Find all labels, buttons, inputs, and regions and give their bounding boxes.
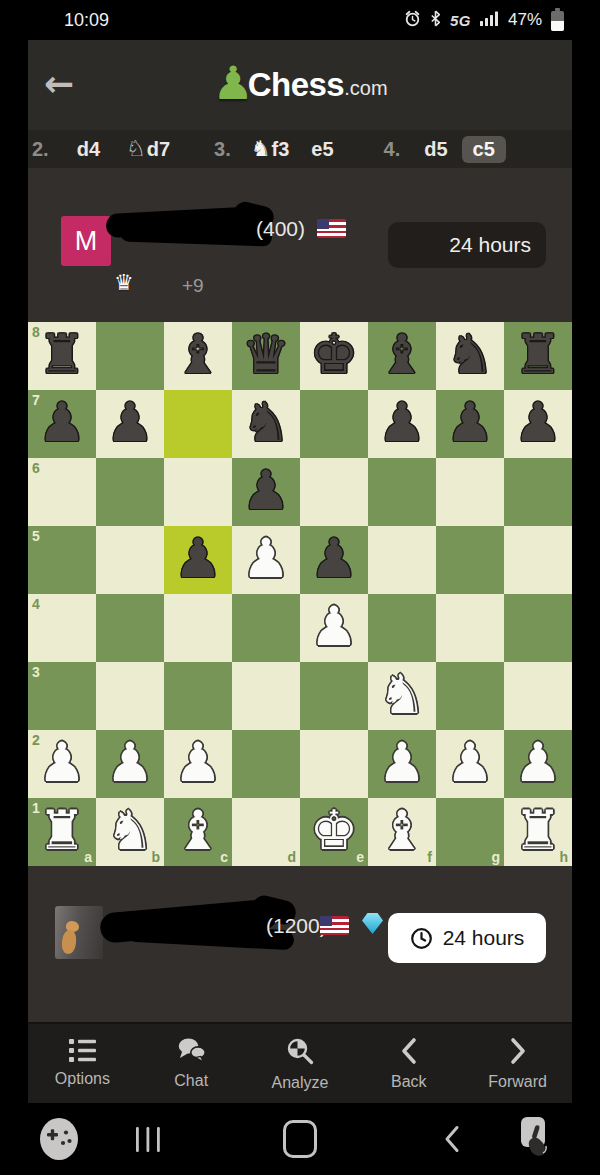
android-nav-bar (0, 1103, 600, 1175)
black-rook: ♜ (28, 322, 96, 390)
move-text: d7 (147, 138, 170, 161)
options-button[interactable]: Options (28, 1024, 137, 1103)
alarm-icon (404, 10, 421, 31)
square-f1[interactable]: f♝ (368, 798, 436, 866)
black-knight: ♞ (436, 322, 504, 390)
black-pawn: ♟ (164, 526, 232, 594)
square-g6[interactable] (436, 458, 504, 526)
phone-screen: 10:09 5G 47% ← ♟ Chess .com (0, 0, 600, 1175)
bottom-player-card: (1200) 24 hours (28, 866, 572, 1022)
square-b1[interactable]: b♞ (96, 798, 164, 866)
square-b7[interactable]: ♟ (96, 390, 164, 458)
black-rook: ♜ (504, 322, 572, 390)
square-e2[interactable] (300, 730, 368, 798)
black-bishop: ♝ (164, 322, 232, 390)
clock-time: 10:09 (64, 10, 109, 31)
square-f2[interactable]: ♟ (368, 730, 436, 798)
white-bishop: ♝ (368, 798, 436, 866)
black-pawn: ♟ (368, 390, 436, 458)
game-tools-button[interactable] (38, 1116, 80, 1165)
square-b5[interactable] (96, 526, 164, 594)
black-pawn: ♟ (232, 458, 300, 526)
square-a4[interactable]: 4 (28, 594, 96, 662)
square-f4[interactable] (368, 594, 436, 662)
square-d7[interactable]: ♞ (232, 390, 300, 458)
square-f8[interactable]: ♝ (368, 322, 436, 390)
analyze-magnifier-icon (285, 1036, 315, 1069)
white-pawn: ♟ (300, 594, 368, 662)
square-b4[interactable] (96, 594, 164, 662)
touch-hand-icon (515, 1147, 555, 1162)
square-g2[interactable]: ♟ (436, 730, 504, 798)
move-d4[interactable]: d4 (77, 138, 100, 161)
square-h1[interactable]: h♜ (504, 798, 572, 866)
move-c5-selected[interactable]: c5 (462, 136, 506, 163)
captured-queen-icon: ♛ (114, 272, 134, 294)
square-c7[interactable] (164, 390, 232, 458)
square-e8[interactable]: ♚ (300, 322, 368, 390)
square-b3[interactable] (96, 662, 164, 730)
options-list-icon (69, 1039, 96, 1065)
white-bishop: ♝ (164, 798, 232, 866)
move-number: 3. (214, 138, 231, 161)
square-g5[interactable] (436, 526, 504, 594)
app-header: ← ♟ Chess .com (28, 40, 572, 130)
move-text: f3 (272, 138, 290, 161)
black-king: ♚ (300, 322, 368, 390)
square-e6[interactable] (300, 458, 368, 526)
rank-label-6: 6 (32, 461, 40, 475)
recents-button[interactable] (136, 1127, 160, 1155)
square-c2[interactable]: ♟ (164, 730, 232, 798)
square-d1[interactable]: d (232, 798, 300, 866)
touch-assist-button[interactable] (515, 1115, 555, 1162)
knight-outline-figurine-icon: ♘ (126, 138, 146, 160)
analyze-label: Analyze (272, 1074, 329, 1092)
chat-label: Chat (174, 1072, 208, 1090)
move-e5[interactable]: e5 (311, 138, 333, 161)
top-player-rating: (400) (256, 217, 305, 241)
game-toolbar: Options Chat Analyze Back (28, 1022, 572, 1103)
green-pawn-logo-icon: ♟ (212, 56, 253, 110)
black-pawn: ♟ (504, 390, 572, 458)
square-a2[interactable]: 2♟ (28, 730, 96, 798)
square-c3[interactable] (164, 662, 232, 730)
home-squircle-icon (283, 1120, 317, 1158)
white-knight: ♞ (96, 798, 164, 866)
chesscom-logo: ♟ Chess .com (28, 40, 572, 130)
square-c6[interactable] (164, 458, 232, 526)
clock-face-icon (410, 927, 433, 950)
chat-button[interactable]: Chat (137, 1024, 246, 1103)
square-e1[interactable]: e♚ (300, 798, 368, 866)
square-g1[interactable]: g (436, 798, 504, 866)
square-h3[interactable] (504, 662, 572, 730)
white-knight: ♞ (368, 662, 436, 730)
back-label: Back (391, 1073, 427, 1091)
chevron-right-icon (508, 1037, 528, 1068)
knight-filled-figurine-icon: ♞ (251, 138, 271, 160)
square-f3[interactable]: ♞ (368, 662, 436, 730)
square-g4[interactable] (436, 594, 504, 662)
square-a8[interactable]: 8♜ (28, 322, 96, 390)
black-bishop: ♝ (368, 322, 436, 390)
chevron-left-icon (399, 1037, 419, 1068)
top-player-card: M (400) ♛ +9 24 hours (28, 168, 572, 322)
square-g8[interactable]: ♞ (436, 322, 504, 390)
white-pawn: ♟ (96, 730, 164, 798)
square-a5[interactable]: 5 (28, 526, 96, 594)
square-d4[interactable] (232, 594, 300, 662)
bottom-clock-text: 24 hours (443, 926, 525, 950)
square-d8[interactable]: ♛ (232, 322, 300, 390)
black-pawn: ♟ (96, 390, 164, 458)
square-e5[interactable]: ♟ (300, 526, 368, 594)
bottom-player-clock: 24 hours (388, 913, 546, 963)
bottom-player-avatar[interactable] (55, 906, 103, 959)
move-back-button[interactable]: Back (354, 1024, 463, 1103)
file-label-g: g (491, 850, 500, 864)
square-d5[interactable]: ♟ (232, 526, 300, 594)
square-d2[interactable] (232, 730, 300, 798)
move-number: 2. (32, 138, 49, 161)
square-a6[interactable]: 6 (28, 458, 96, 526)
square-d3[interactable] (232, 662, 300, 730)
top-player-clock: 24 hours (388, 222, 546, 268)
square-c1[interactable]: c♝ (164, 798, 232, 866)
square-f6[interactable] (368, 458, 436, 526)
move-forward-button[interactable]: Forward (463, 1024, 572, 1103)
black-queen: ♛ (232, 322, 300, 390)
gamepad-icon (38, 1150, 80, 1165)
analyze-button[interactable]: Analyze (246, 1024, 355, 1103)
square-c8[interactable]: ♝ (164, 322, 232, 390)
move-nd7[interactable]: ♘d7 (126, 138, 170, 161)
white-pawn: ♟ (28, 730, 96, 798)
white-rook: ♜ (28, 798, 96, 866)
square-a3[interactable]: 3 (28, 662, 96, 730)
white-pawn: ♟ (504, 730, 572, 798)
chess-app: ← ♟ Chess .com 2. d4 ♘d7 3. ♞f3 e5 4. d5… (28, 40, 572, 1103)
bottom-player-rating: (1200) (266, 914, 327, 938)
battery-percent: 47% (508, 10, 542, 30)
square-c5[interactable]: ♟ (164, 526, 232, 594)
square-h5[interactable] (504, 526, 572, 594)
chess-board: 8♜♝♛♚♝♞♜7♟♟♞♟♟♟6♟5♟♟♟4♟3♞2♟♟♟♟♟♟1a♜b♞c♝d… (28, 322, 572, 866)
black-pawn: ♟ (436, 390, 504, 458)
bluetooth-icon (430, 10, 441, 31)
nav-back-chevron-icon (443, 1141, 461, 1156)
move-number: 4. (384, 138, 401, 161)
diamond-membership-icon (362, 913, 383, 934)
chat-bubbles-icon (176, 1037, 207, 1067)
top-player-avatar[interactable]: M (61, 216, 111, 266)
nav-back-button[interactable] (443, 1125, 461, 1156)
recents-bars-icon (136, 1140, 160, 1155)
logo-tld-text: .com (344, 77, 387, 100)
move-nf3[interactable]: ♞f3 (251, 138, 290, 161)
square-c4[interactable] (164, 594, 232, 662)
white-rook: ♜ (504, 798, 572, 866)
square-e7[interactable] (300, 390, 368, 458)
square-d6[interactable]: ♟ (232, 458, 300, 526)
square-h7[interactable]: ♟ (504, 390, 572, 458)
black-pawn: ♟ (300, 526, 368, 594)
battery-icon (551, 11, 564, 31)
rank-label-3: 3 (32, 665, 40, 679)
square-e4[interactable]: ♟ (300, 594, 368, 662)
white-pawn: ♟ (164, 730, 232, 798)
rank-label-5: 5 (32, 529, 40, 543)
us-flag-icon (317, 219, 346, 238)
square-b2[interactable]: ♟ (96, 730, 164, 798)
square-f7[interactable]: ♟ (368, 390, 436, 458)
options-label: Options (55, 1070, 110, 1088)
square-h8[interactable]: ♜ (504, 322, 572, 390)
square-f5[interactable] (368, 526, 436, 594)
black-pawn: ♟ (28, 390, 96, 458)
square-a7[interactable]: 7♟ (28, 390, 96, 458)
black-knight: ♞ (232, 390, 300, 458)
white-pawn: ♟ (368, 730, 436, 798)
square-h6[interactable] (504, 458, 572, 526)
signal-icon (480, 11, 499, 30)
square-g3[interactable] (436, 662, 504, 730)
status-icons: 5G 47% (404, 9, 564, 31)
material-advantage: +9 (182, 275, 204, 297)
white-pawn: ♟ (232, 526, 300, 594)
square-b6[interactable] (96, 458, 164, 526)
white-pawn: ♟ (436, 730, 504, 798)
file-label-d: d (287, 850, 296, 864)
move-d5[interactable]: d5 (424, 138, 447, 161)
white-king: ♚ (300, 798, 368, 866)
square-e3[interactable] (300, 662, 368, 730)
us-flag-icon (320, 916, 349, 935)
square-g7[interactable]: ♟ (436, 390, 504, 458)
logo-brand-text: Chess (248, 66, 345, 104)
forward-label: Forward (488, 1073, 547, 1091)
square-b8[interactable] (96, 322, 164, 390)
network-type: 5G (450, 12, 471, 29)
top-player-name-redacted (106, 204, 276, 252)
move-list: 2. d4 ♘d7 3. ♞f3 e5 4. d5 c5 (28, 130, 572, 168)
square-h4[interactable] (504, 594, 572, 662)
status-bar: 10:09 5G 47% (0, 0, 600, 40)
home-button[interactable] (283, 1120, 317, 1158)
square-h2[interactable]: ♟ (504, 730, 572, 798)
square-a1[interactable]: 1a♜ (28, 798, 96, 866)
rank-label-4: 4 (32, 597, 40, 611)
